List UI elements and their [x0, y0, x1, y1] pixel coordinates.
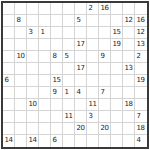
cell-r8c9[interactable]: 7 — [99, 87, 111, 99]
cell-r4c11[interactable] — [123, 39, 135, 51]
cell-r8c2[interactable] — [15, 87, 27, 99]
cell-r7c4[interactable] — [39, 75, 51, 87]
cell-r6c9[interactable] — [99, 63, 111, 75]
clue-number: 10 — [29, 99, 39, 110]
cell-r10c6[interactable]: 11 — [63, 111, 75, 123]
cell-r4c3[interactable] — [27, 39, 39, 51]
clue-number: 14 — [5, 135, 15, 146]
cell-r6c5[interactable] — [51, 63, 63, 75]
cell-r12c8[interactable] — [87, 135, 99, 147]
cell-r10c10[interactable] — [111, 111, 123, 123]
numberlink-board[interactable]: 2168512163115121719131085921713615199147… — [1, 1, 149, 149]
cell-r8c11[interactable] — [123, 87, 135, 99]
cell-r9c5[interactable] — [51, 99, 63, 111]
cell-r11c4[interactable] — [39, 123, 51, 135]
clue-number: 20 — [101, 123, 111, 134]
clue-number: 8 — [53, 51, 63, 62]
cell-r6c4[interactable] — [39, 63, 51, 75]
cell-r12c9[interactable] — [99, 135, 111, 147]
cell-r5c11[interactable] — [123, 51, 135, 63]
cell-r6c10[interactable] — [111, 63, 123, 75]
cell-r4c12[interactable]: 13 — [135, 39, 147, 51]
cell-r7c5[interactable]: 15 — [51, 75, 63, 87]
clue-number: 7 — [101, 87, 111, 98]
cell-r9c10[interactable] — [111, 99, 123, 111]
clue-number: 16 — [101, 3, 111, 14]
clue-number: 11 — [89, 99, 99, 110]
clue-number: 2 — [137, 51, 148, 62]
clue-number: 11 — [65, 111, 75, 122]
clue-number: 5 — [65, 51, 75, 62]
cell-r3c2[interactable] — [15, 27, 27, 39]
clue-number: 14 — [29, 135, 39, 146]
cell-r8c8[interactable] — [87, 87, 99, 99]
cell-r11c8[interactable] — [87, 123, 99, 135]
cell-r4c8[interactable] — [87, 39, 99, 51]
cell-r7c7[interactable] — [75, 75, 87, 87]
cell-r7c9[interactable] — [99, 75, 111, 87]
cell-r9c8[interactable]: 11 — [87, 99, 99, 111]
cell-r7c10[interactable] — [111, 75, 123, 87]
cell-r11c1[interactable] — [3, 123, 15, 135]
clue-number: 2 — [89, 3, 99, 14]
cell-r7c6[interactable] — [63, 75, 75, 87]
clue-number: 13 — [125, 63, 135, 74]
cell-r3c12[interactable]: 12 — [135, 27, 147, 39]
cell-r3c9[interactable] — [99, 27, 111, 39]
cell-r1c11[interactable] — [123, 3, 135, 15]
clue-number: 9 — [101, 51, 111, 62]
clue-number: 9 — [53, 87, 63, 98]
cell-r6c11[interactable]: 13 — [123, 63, 135, 75]
cell-r9c7[interactable] — [75, 99, 87, 111]
cell-r8c3[interactable] — [27, 87, 39, 99]
cell-r1c7[interactable] — [75, 3, 87, 15]
cell-r2c4[interactable] — [39, 15, 51, 27]
clue-number: 18 — [137, 123, 148, 134]
cell-r7c3[interactable] — [27, 75, 39, 87]
cell-r11c3[interactable] — [27, 123, 39, 135]
clue-number: 8 — [17, 15, 27, 26]
cell-r6c12[interactable] — [135, 63, 147, 75]
cell-r5c9[interactable]: 9 — [99, 51, 111, 63]
cell-r10c1[interactable] — [3, 111, 15, 123]
cell-r12c12[interactable]: 4 — [135, 135, 147, 147]
cell-r2c9[interactable] — [99, 15, 111, 27]
cell-r7c12[interactable]: 19 — [135, 75, 147, 87]
cell-r11c11[interactable] — [123, 123, 135, 135]
cell-r9c11[interactable]: 18 — [123, 99, 135, 111]
cell-r12c11[interactable] — [123, 135, 135, 147]
cell-r11c10[interactable] — [111, 123, 123, 135]
cell-r3c11[interactable] — [123, 27, 135, 39]
cell-r10c11[interactable] — [123, 111, 135, 123]
cell-r9c3[interactable]: 10 — [27, 99, 39, 111]
cell-r9c1[interactable] — [3, 99, 15, 111]
cell-r4c6[interactable] — [63, 39, 75, 51]
cell-r2c10[interactable] — [111, 15, 123, 27]
cell-r5c8[interactable] — [87, 51, 99, 63]
cell-r1c2[interactable] — [15, 3, 27, 15]
clue-number: 3 — [89, 111, 99, 122]
cell-r6c2[interactable] — [15, 63, 27, 75]
cell-r2c5[interactable] — [51, 15, 63, 27]
cell-r5c10[interactable] — [111, 51, 123, 63]
cell-r5c6[interactable]: 5 — [63, 51, 75, 63]
clue-number: 20 — [77, 123, 87, 134]
cell-r4c7[interactable]: 17 — [75, 39, 87, 51]
cell-r6c7[interactable]: 17 — [75, 63, 87, 75]
cell-r1c3[interactable] — [27, 3, 39, 15]
cell-r7c11[interactable] — [123, 75, 135, 87]
cell-r5c1[interactable] — [3, 51, 15, 63]
cell-r4c10[interactable]: 19 — [111, 39, 123, 51]
cell-r5c4[interactable] — [39, 51, 51, 63]
cell-r8c6[interactable]: 1 — [63, 87, 75, 99]
clue-number: 5 — [77, 15, 87, 26]
cell-r3c6[interactable] — [63, 27, 75, 39]
clue-number: 3 — [29, 27, 39, 38]
cell-r4c1[interactable] — [3, 39, 15, 51]
cell-r4c2[interactable] — [15, 39, 27, 51]
cell-r12c10[interactable] — [111, 135, 123, 147]
cell-r10c3[interactable] — [27, 111, 39, 123]
cell-r7c8[interactable] — [87, 75, 99, 87]
cell-r10c8[interactable]: 3 — [87, 111, 99, 123]
clue-number: 7 — [137, 111, 148, 122]
cell-r3c3[interactable]: 3 — [27, 27, 39, 39]
cell-r8c7[interactable]: 4 — [75, 87, 87, 99]
cell-r5c5[interactable]: 8 — [51, 51, 63, 63]
cell-r4c9[interactable] — [99, 39, 111, 51]
clue-number: 6 — [53, 135, 63, 146]
cell-r5c12[interactable]: 2 — [135, 51, 147, 63]
cell-r8c5[interactable]: 9 — [51, 87, 63, 99]
cell-r9c4[interactable] — [39, 99, 51, 111]
cell-r11c9[interactable]: 20 — [99, 123, 111, 135]
cell-r10c5[interactable] — [51, 111, 63, 123]
clue-number: 4 — [137, 135, 148, 146]
cell-r12c2[interactable] — [15, 135, 27, 147]
clue-number: 16 — [137, 15, 148, 26]
cell-r8c10[interactable] — [111, 87, 123, 99]
clue-number: 10 — [17, 51, 27, 62]
clue-number: 18 — [125, 99, 135, 110]
cell-r11c2[interactable] — [15, 123, 27, 135]
cell-r11c6[interactable] — [63, 123, 75, 135]
cell-r7c1[interactable]: 6 — [3, 75, 15, 87]
cell-r1c10[interactable] — [111, 3, 123, 15]
cell-r1c12[interactable] — [135, 3, 147, 15]
cell-r5c3[interactable] — [27, 51, 39, 63]
clue-number: 1 — [41, 27, 51, 38]
cell-r10c2[interactable] — [15, 111, 27, 123]
clue-number: 17 — [77, 63, 87, 74]
clue-number: 13 — [137, 39, 148, 50]
cell-r12c6[interactable] — [63, 135, 75, 147]
cell-r12c7[interactable] — [75, 135, 87, 147]
cell-r10c7[interactable] — [75, 111, 87, 123]
cell-r7c2[interactable] — [15, 75, 27, 87]
cell-r2c6[interactable] — [63, 15, 75, 27]
cell-r3c7[interactable] — [75, 27, 87, 39]
cell-r12c5[interactable]: 6 — [51, 135, 63, 147]
cell-r12c4[interactable] — [39, 135, 51, 147]
cell-r12c3[interactable]: 14 — [27, 135, 39, 147]
cell-r5c2[interactable]: 10 — [15, 51, 27, 63]
cell-r8c4[interactable] — [39, 87, 51, 99]
cell-r8c1[interactable] — [3, 87, 15, 99]
puzzle-frame: 2168512163115121719131085921713615199147… — [1, 1, 149, 149]
cell-r6c1[interactable] — [3, 63, 15, 75]
cell-r1c1[interactable] — [3, 3, 15, 15]
clue-number: 15 — [53, 75, 63, 86]
cell-r10c9[interactable] — [99, 111, 111, 123]
cell-r3c10[interactable]: 15 — [111, 27, 123, 39]
cell-r9c6[interactable] — [63, 99, 75, 111]
cell-r1c9[interactable]: 16 — [99, 3, 111, 15]
cell-r8c12[interactable] — [135, 87, 147, 99]
cell-r10c4[interactable] — [39, 111, 51, 123]
clue-number: 4 — [77, 87, 87, 98]
cell-r2c7[interactable]: 5 — [75, 15, 87, 27]
cell-r11c7[interactable]: 20 — [75, 123, 87, 135]
cell-r12c1[interactable]: 14 — [3, 135, 15, 147]
cell-r11c12[interactable]: 18 — [135, 123, 147, 135]
cell-r11c5[interactable] — [51, 123, 63, 135]
clue-number: 12 — [125, 15, 135, 26]
cell-r9c12[interactable] — [135, 99, 147, 111]
cell-r9c9[interactable] — [99, 99, 111, 111]
cell-r1c4[interactable] — [39, 3, 51, 15]
cell-r6c8[interactable] — [87, 63, 99, 75]
cell-r2c1[interactable] — [3, 15, 15, 27]
clue-number: 19 — [113, 39, 123, 50]
cell-r9c2[interactable] — [15, 99, 27, 111]
cell-r3c1[interactable] — [3, 27, 15, 39]
cell-r4c5[interactable] — [51, 39, 63, 51]
cell-r2c3[interactable] — [27, 15, 39, 27]
clue-number: 6 — [5, 75, 15, 86]
cell-r3c4[interactable]: 1 — [39, 27, 51, 39]
clue-number: 1 — [65, 87, 75, 98]
cell-r2c12[interactable]: 16 — [135, 15, 147, 27]
clue-number: 15 — [113, 27, 123, 38]
cell-r10c12[interactable]: 7 — [135, 111, 147, 123]
cell-r6c3[interactable] — [27, 63, 39, 75]
cell-r1c6[interactable] — [63, 3, 75, 15]
cell-r1c5[interactable] — [51, 3, 63, 15]
cell-r5c7[interactable] — [75, 51, 87, 63]
cell-r2c2[interactable]: 8 — [15, 15, 27, 27]
cell-r3c8[interactable] — [87, 27, 99, 39]
cell-r1c8[interactable]: 2 — [87, 3, 99, 15]
cell-r2c8[interactable] — [87, 15, 99, 27]
clue-number: 17 — [77, 39, 87, 50]
clue-number: 12 — [137, 27, 148, 38]
cell-r4c4[interactable] — [39, 39, 51, 51]
cell-r6c6[interactable] — [63, 63, 75, 75]
cell-r3c5[interactable] — [51, 27, 63, 39]
clue-number: 19 — [137, 75, 148, 86]
cell-r2c11[interactable]: 12 — [123, 15, 135, 27]
